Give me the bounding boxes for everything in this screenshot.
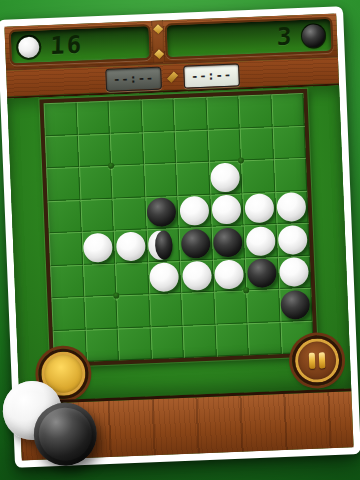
cell-g8[interactable] [247, 322, 281, 356]
cell-b4[interactable] [80, 198, 114, 232]
board-grid [44, 93, 314, 363]
black-ball-icon [302, 23, 326, 47]
white-disc [149, 262, 179, 292]
cell-f2[interactable] [207, 128, 241, 162]
cell-d4[interactable] [145, 196, 179, 230]
pause-icon [319, 352, 326, 368]
cell-e8[interactable] [183, 324, 217, 358]
black-score-panel: 3 [165, 17, 334, 60]
cell-f8[interactable] [215, 323, 249, 357]
cell-e3[interactable] [176, 162, 210, 196]
white-disc [179, 196, 209, 226]
cell-b2[interactable] [77, 133, 111, 167]
cell-h2[interactable] [272, 125, 306, 159]
cell-b5[interactable] [81, 231, 115, 265]
cell-a5[interactable] [49, 232, 83, 266]
board-area [7, 85, 351, 401]
cell-c4[interactable] [112, 197, 146, 231]
pause-icon [309, 353, 316, 369]
cell-d7[interactable] [149, 293, 183, 327]
game-card: 16 3 --:-- --:-- [0, 6, 360, 468]
white-disc [244, 193, 274, 223]
cell-a6[interactable] [50, 264, 84, 298]
white-disc [182, 261, 212, 291]
cell-a3[interactable] [46, 167, 80, 201]
cell-f1[interactable] [206, 96, 240, 130]
cell-d5[interactable] [146, 228, 180, 262]
board-frame [39, 89, 318, 368]
cell-h6[interactable] [277, 255, 311, 289]
white-disc [245, 226, 275, 256]
cell-b6[interactable] [83, 263, 117, 297]
cell-d2[interactable] [142, 131, 176, 165]
white-ball-socket [16, 34, 42, 60]
cell-g2[interactable] [240, 127, 274, 161]
cell-a4[interactable] [47, 199, 81, 233]
cell-d1[interactable] [141, 98, 175, 132]
cell-b1[interactable] [76, 101, 110, 135]
black-disc [147, 197, 177, 227]
white-disc [278, 225, 308, 255]
cell-h4[interactable] [275, 190, 309, 224]
cell-h3[interactable] [273, 158, 307, 192]
cell-a1[interactable] [44, 102, 78, 136]
cell-e7[interactable] [181, 292, 215, 326]
black-disc [213, 227, 243, 257]
cell-f4[interactable] [210, 193, 244, 227]
white-disc [83, 232, 113, 262]
cell-f5[interactable] [211, 225, 245, 259]
cell-d3[interactable] [144, 163, 178, 197]
cell-c2[interactable] [110, 132, 144, 166]
cell-b7[interactable] [84, 296, 118, 330]
cell-g7[interactable] [246, 289, 280, 323]
white-disc [210, 162, 240, 192]
flipping-disc [148, 230, 178, 260]
cell-d8[interactable] [150, 325, 184, 359]
timer-divider [167, 71, 178, 82]
cell-c1[interactable] [108, 99, 142, 133]
cell-e1[interactable] [173, 97, 207, 131]
cell-e4[interactable] [177, 194, 211, 228]
black-disc [280, 290, 310, 320]
white-score: 16 [50, 31, 84, 60]
cell-c3[interactable] [111, 164, 145, 198]
cell-d6[interactable] [147, 260, 181, 294]
white-disc [116, 231, 146, 261]
cell-h1[interactable] [271, 93, 305, 127]
cell-g6[interactable] [245, 257, 279, 291]
cell-g3[interactable] [241, 159, 275, 193]
white-disc [279, 257, 309, 287]
white-timer: --:-- [105, 66, 162, 91]
black-timer: --:-- [183, 63, 240, 88]
cell-e5[interactable] [179, 227, 213, 261]
cell-f6[interactable] [212, 258, 246, 292]
cell-e2[interactable] [175, 129, 209, 163]
pause-button[interactable] [291, 335, 343, 387]
cell-g1[interactable] [238, 94, 272, 128]
black-ball-socket [301, 22, 327, 48]
cell-f7[interactable] [214, 290, 248, 324]
cell-a7[interactable] [51, 297, 85, 331]
cell-c6[interactable] [115, 262, 149, 296]
white-score-panel: 16 [9, 24, 153, 66]
white-disc [214, 260, 244, 290]
cell-h7[interactable] [279, 288, 313, 322]
cell-a2[interactable] [45, 134, 79, 168]
cell-c5[interactable] [114, 229, 148, 263]
cell-g4[interactable] [242, 192, 276, 226]
black-disc [247, 258, 277, 288]
cell-c7[interactable] [116, 294, 150, 328]
cell-g5[interactable] [244, 224, 278, 258]
scoreboard-divider [151, 20, 165, 62]
cell-c8[interactable] [118, 327, 152, 361]
cell-e6[interactable] [180, 259, 214, 293]
black-score: 3 [276, 22, 293, 51]
cell-h5[interactable] [276, 223, 310, 257]
white-disc [277, 192, 307, 222]
white-ball-icon [18, 36, 40, 58]
cell-b8[interactable] [85, 328, 119, 362]
black-disc [180, 229, 210, 259]
white-disc [212, 195, 242, 225]
cell-b3[interactable] [79, 166, 113, 200]
cell-f3[interactable] [209, 160, 243, 194]
